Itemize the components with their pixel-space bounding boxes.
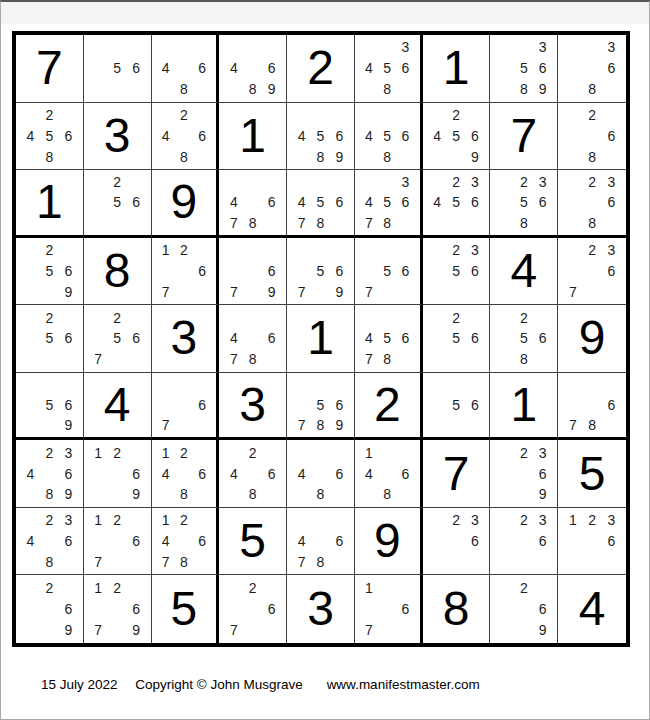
pencil-mark: 4	[428, 125, 447, 146]
pencil-mark-empty	[59, 349, 78, 370]
pencil-mark: 1	[157, 240, 175, 261]
pencil-mark-empty	[582, 552, 601, 573]
pencil-mark: 6	[602, 192, 621, 212]
pencil-mark: 6	[59, 125, 78, 146]
top-band	[1, 2, 649, 24]
pencil-mark-grid: 1468	[355, 440, 420, 507]
pencil-mark: 7	[360, 620, 378, 641]
pencil-mark-empty	[466, 307, 485, 328]
pencil-mark: 9	[59, 484, 78, 505]
pencil-mark-empty	[396, 281, 414, 302]
pencil-mark: 2	[40, 105, 59, 126]
pencil-mark-empty	[378, 307, 396, 328]
pencil-mark-empty	[40, 415, 59, 435]
pencil-mark-grid: 12679	[84, 575, 151, 643]
pencil-mark-empty	[262, 620, 281, 641]
pencil-mark-empty	[360, 261, 378, 282]
pencil-mark: 6	[193, 463, 211, 484]
pencil-mark: 2	[447, 105, 466, 126]
pencil-mark-empty	[21, 442, 40, 463]
pencil-mark: 8	[582, 415, 601, 435]
pencil-mark-empty	[396, 240, 414, 261]
pencil-mark: 4	[360, 125, 378, 146]
pencil-mark: 5	[378, 261, 396, 282]
cell-r9c6: 167	[355, 575, 423, 643]
pencil-mark-empty	[224, 484, 243, 505]
pencil-mark: 5	[378, 192, 396, 212]
pencil-mark: 3	[602, 240, 621, 261]
given-digit: 3	[152, 305, 217, 372]
pencil-mark: 9	[59, 281, 78, 302]
pencil-mark-empty	[21, 240, 40, 261]
pencil-mark: 5	[514, 58, 533, 79]
pencil-mark-empty	[378, 442, 396, 463]
pencil-mark-empty	[89, 307, 108, 328]
pencil-mark-empty	[193, 510, 211, 531]
pencil-mark: 2	[40, 510, 59, 531]
pencil-mark-empty	[495, 552, 514, 573]
pencil-mark-empty	[360, 484, 378, 505]
pencil-mark-empty	[466, 105, 485, 126]
pencil-mark-grid: 24568	[16, 103, 83, 170]
pencil-mark: 2	[514, 307, 533, 328]
pencil-mark-empty	[292, 146, 311, 167]
pencil-mark: 7	[224, 281, 243, 302]
pencil-mark: 8	[311, 415, 330, 435]
pencil-mark-empty	[602, 415, 621, 435]
pencil-mark: 8	[175, 552, 193, 573]
pencil-mark: 8	[378, 484, 396, 505]
pencil-mark-empty	[108, 484, 127, 505]
pencil-mark-empty	[193, 415, 211, 435]
sudoku-board: 7564684689234568135689368245683246814568…	[12, 31, 630, 647]
pencil-mark-empty	[602, 79, 621, 100]
pencil-mark-empty	[396, 105, 414, 126]
pencil-mark-empty	[89, 172, 108, 192]
cell-r2c5: 45689	[287, 103, 355, 171]
pencil-mark: 3	[602, 37, 621, 58]
pencil-mark-empty	[175, 531, 193, 552]
pencil-mark-empty	[495, 531, 514, 552]
given-digit: 9	[152, 170, 217, 235]
pencil-mark-empty	[59, 307, 78, 328]
pencil-mark-grid: 345678	[355, 170, 420, 235]
pencil-mark-empty	[21, 484, 40, 505]
pencil-mark-empty	[157, 261, 175, 282]
given-digit: 1	[423, 35, 490, 102]
pencil-mark-grid: 678	[558, 373, 626, 438]
pencil-mark-empty	[40, 531, 59, 552]
pencil-mark-empty	[21, 599, 40, 620]
pencil-mark-empty	[360, 599, 378, 620]
pencil-mark: 1	[360, 577, 378, 598]
pencil-mark-empty	[108, 620, 127, 641]
cell-r9c5: 3	[287, 575, 355, 643]
pencil-mark-empty	[59, 105, 78, 126]
pencil-mark-empty	[582, 58, 601, 79]
pencil-mark: 6	[59, 328, 78, 349]
cell-r4c6: 567	[355, 238, 423, 306]
pencil-mark-empty	[514, 552, 533, 573]
pencil-mark: 2	[582, 105, 601, 126]
pencil-mark-empty	[21, 577, 40, 598]
pencil-mark-empty	[428, 212, 447, 232]
pencil-mark-empty	[89, 599, 108, 620]
pencil-mark: 3	[59, 510, 78, 531]
pencil-mark: 8	[243, 79, 262, 100]
given-digit: 1	[287, 305, 354, 372]
pencil-mark-empty	[495, 58, 514, 79]
pencil-mark: 8	[243, 212, 262, 232]
given-digit: 7	[423, 440, 490, 507]
given-digit: 5	[219, 508, 286, 575]
pencil-mark-empty	[59, 240, 78, 261]
pencil-mark: 6	[59, 261, 78, 282]
pencil-mark-empty	[428, 261, 447, 282]
given-digit: 1	[490, 373, 557, 438]
given-digit: 8	[423, 575, 490, 643]
pencil-mark: 2	[108, 307, 127, 328]
pencil-mark-empty	[466, 415, 485, 435]
pencil-mark-empty	[602, 552, 621, 573]
pencil-mark: 9	[533, 484, 552, 505]
pencil-mark: 2	[108, 172, 127, 192]
cell-r5c6: 45678	[355, 305, 423, 373]
cell-r9c8: 269	[490, 575, 558, 643]
pencil-mark-empty	[89, 58, 108, 79]
pencil-mark-empty	[582, 192, 601, 212]
cell-r5c4: 4678	[219, 305, 287, 373]
pencil-mark-empty	[311, 105, 330, 126]
pencil-mark-empty	[127, 307, 146, 328]
cell-r5c3: 3	[152, 305, 220, 373]
pencil-mark-empty	[224, 577, 243, 598]
pencil-mark: 4	[292, 531, 311, 552]
pencil-mark-empty	[447, 349, 466, 370]
pencil-mark-empty	[292, 395, 311, 415]
pencil-mark-empty	[175, 463, 193, 484]
pencil-mark: 2	[514, 510, 533, 531]
pencil-mark: 6	[533, 531, 552, 552]
pencil-mark: 6	[396, 328, 414, 349]
cell-r8c5: 4678	[287, 508, 355, 576]
pencil-mark-empty	[428, 307, 447, 328]
pencil-mark: 8	[243, 484, 262, 505]
cell-r9c3: 5	[152, 575, 220, 643]
pencil-mark-empty	[396, 212, 414, 232]
pencil-mark: 4	[292, 463, 311, 484]
pencil-mark-empty	[292, 172, 311, 192]
pencil-mark-empty	[40, 463, 59, 484]
cell-r2c4: 1	[219, 103, 287, 171]
pencil-mark-empty	[514, 463, 533, 484]
pencil-mark: 8	[514, 212, 533, 232]
pencil-mark-empty	[243, 240, 262, 261]
pencil-mark-empty	[466, 349, 485, 370]
pencil-mark: 6	[602, 531, 621, 552]
pencil-mark-empty	[40, 620, 59, 641]
cell-r8c4: 5	[219, 508, 287, 576]
pencil-mark: 6	[466, 328, 485, 349]
pencil-mark-empty	[311, 463, 330, 484]
pencil-mark-grid: 236	[490, 508, 557, 575]
pencil-mark: 5	[40, 125, 59, 146]
pencil-mark-empty	[21, 307, 40, 328]
pencil-mark-empty	[262, 172, 281, 192]
pencil-mark-empty	[330, 510, 349, 531]
pencil-mark-empty	[243, 463, 262, 484]
pencil-mark-empty	[108, 463, 127, 484]
pencil-mark-empty	[533, 307, 552, 328]
pencil-mark: 4	[360, 58, 378, 79]
pencil-mark-empty	[396, 484, 414, 505]
pencil-mark: 3	[533, 442, 552, 463]
given-digit: 2	[287, 35, 354, 102]
pencil-mark-empty	[495, 484, 514, 505]
cell-r5c8: 2568	[490, 305, 558, 373]
pencil-mark: 9	[262, 79, 281, 100]
pencil-mark: 7	[224, 212, 243, 232]
pencil-mark-empty	[582, 281, 601, 302]
pencil-mark: 7	[292, 415, 311, 435]
pencil-mark: 4	[224, 192, 243, 212]
pencil-mark: 7	[563, 281, 582, 302]
cell-r6c7: 56	[423, 373, 491, 441]
pencil-mark-empty	[311, 240, 330, 261]
pencil-mark-empty	[495, 328, 514, 349]
cell-r4c9: 2367	[558, 238, 626, 306]
cell-r9c7: 8	[423, 575, 491, 643]
pencil-mark-empty	[193, 240, 211, 261]
pencil-mark: 6	[330, 531, 349, 552]
pencil-mark: 6	[330, 125, 349, 146]
pencil-mark: 6	[193, 58, 211, 79]
pencil-mark: 8	[514, 349, 533, 370]
pencil-mark: 3	[396, 37, 414, 58]
pencil-mark: 6	[330, 463, 349, 484]
pencil-mark: 8	[175, 79, 193, 100]
pencil-mark: 4	[224, 58, 243, 79]
footer-date: 15 July 2022	[41, 677, 118, 692]
cell-r8c8: 236	[490, 508, 558, 576]
pencil-mark-grid: 468	[287, 440, 354, 507]
pencil-mark-empty	[582, 531, 601, 552]
footer-website[interactable]: www.manifestmaster.com	[327, 677, 480, 692]
pencil-mark: 3	[602, 172, 621, 192]
pencil-mark-grid: 2368	[558, 170, 626, 235]
cell-r8c1: 23468	[16, 508, 84, 576]
pencil-mark-empty	[495, 349, 514, 370]
pencil-mark-empty	[563, 146, 582, 167]
pencil-mark-grid: 45678	[287, 170, 354, 235]
cell-r7c3: 12468	[152, 440, 220, 508]
cell-r3c9: 2368	[558, 170, 626, 238]
pencil-mark: 7	[360, 212, 378, 232]
pencil-mark: 8	[582, 212, 601, 232]
pencil-mark: 8	[514, 79, 533, 100]
pencil-mark-grid: 45678	[355, 305, 420, 372]
pencil-mark-empty	[311, 442, 330, 463]
given-digit: 7	[490, 103, 557, 170]
pencil-mark-empty	[108, 349, 127, 370]
pencil-mark-empty	[428, 552, 447, 573]
cell-r4c7: 2356	[423, 238, 491, 306]
pencil-mark-empty	[563, 79, 582, 100]
pencil-mark-grid: 4678	[219, 305, 286, 372]
pencil-mark-empty	[40, 375, 59, 395]
pencil-mark: 8	[243, 349, 262, 370]
pencil-mark-empty	[193, 442, 211, 463]
pencil-mark-empty	[262, 240, 281, 261]
pencil-mark-empty	[89, 79, 108, 100]
pencil-mark-empty	[292, 484, 311, 505]
pencil-mark: 2	[175, 442, 193, 463]
pencil-mark-empty	[292, 105, 311, 126]
pencil-mark: 2	[514, 172, 533, 192]
pencil-mark: 6	[127, 328, 146, 349]
cell-r1c2: 56	[84, 35, 152, 103]
pencil-mark-empty	[495, 510, 514, 531]
pencil-mark: 3	[466, 510, 485, 531]
pencil-mark: 2	[582, 240, 601, 261]
pencil-mark: 4	[224, 463, 243, 484]
pencil-mark: 6	[396, 125, 414, 146]
pencil-mark: 2	[447, 172, 466, 192]
pencil-mark-grid: 35689	[490, 35, 557, 102]
pencil-mark-empty	[533, 349, 552, 370]
pencil-mark-empty	[582, 37, 601, 58]
pencil-mark-empty	[311, 375, 330, 395]
cell-r3c6: 345678	[355, 170, 423, 238]
pencil-mark: 8	[40, 552, 59, 573]
pencil-mark-empty	[262, 442, 281, 463]
pencil-mark: 7	[224, 349, 243, 370]
pencil-mark-empty	[602, 105, 621, 126]
pencil-mark-empty	[224, 599, 243, 620]
pencil-mark: 3	[396, 172, 414, 192]
cell-r7c8: 2369	[490, 440, 558, 508]
pencil-mark-empty	[602, 146, 621, 167]
pencil-mark: 6	[466, 261, 485, 282]
pencil-mark-empty	[40, 281, 59, 302]
pencil-mark-empty	[175, 375, 193, 395]
pencil-mark: 1	[360, 442, 378, 463]
pencil-mark-empty	[21, 620, 40, 641]
pencil-mark: 4	[428, 192, 447, 212]
pencil-mark-empty	[563, 531, 582, 552]
pencil-mark-empty	[108, 212, 127, 232]
pencil-mark: 4	[360, 192, 378, 212]
pencil-mark-empty	[330, 375, 349, 395]
given-digit: 5	[558, 440, 626, 507]
cell-r8c9: 1236	[558, 508, 626, 576]
cell-r8c2: 1267	[84, 508, 152, 576]
pencil-mark-empty	[157, 395, 175, 415]
pencil-mark-empty	[495, 79, 514, 100]
pencil-mark: 6	[262, 261, 281, 282]
pencil-mark-empty	[428, 415, 447, 435]
pencil-mark-grid: 569	[16, 373, 83, 438]
pencil-mark-empty	[224, 240, 243, 261]
pencil-mark-grid: 34568	[355, 35, 420, 102]
given-digit: 5	[152, 575, 217, 643]
pencil-mark: 6	[59, 531, 78, 552]
pencil-mark: 8	[311, 212, 330, 232]
pencil-mark-empty	[466, 552, 485, 573]
pencil-mark-grid: 234689	[16, 440, 83, 507]
cell-r3c3: 9	[152, 170, 220, 238]
pencil-mark: 9	[59, 415, 78, 435]
pencil-mark: 2	[243, 577, 262, 598]
pencil-mark-empty	[533, 212, 552, 232]
pencil-mark-empty	[602, 212, 621, 232]
cell-r6c9: 678	[558, 373, 626, 441]
cell-r8c6: 9	[355, 508, 423, 576]
pencil-mark-empty	[21, 328, 40, 349]
pencil-mark: 1	[89, 510, 108, 531]
pencil-mark-empty	[193, 146, 211, 167]
pencil-mark-grid: 5679	[287, 238, 354, 305]
pencil-mark-empty	[40, 349, 59, 370]
pencil-mark: 9	[330, 415, 349, 435]
pencil-mark-empty	[127, 442, 146, 463]
pencil-mark: 9	[262, 281, 281, 302]
pencil-mark-grid: 2468	[219, 440, 286, 507]
pencil-mark-grid: 2369	[490, 440, 557, 507]
pencil-mark-empty	[466, 281, 485, 302]
pencil-mark-empty	[157, 79, 175, 100]
pencil-mark-grid: 368	[558, 35, 626, 102]
pencil-mark: 6	[262, 58, 281, 79]
pencil-mark: 4	[292, 125, 311, 146]
pencil-mark-empty	[193, 552, 211, 573]
pencil-mark-empty	[311, 531, 330, 552]
pencil-mark: 1	[89, 577, 108, 598]
pencil-mark-grid: 56	[423, 373, 490, 438]
pencil-mark-grid: 56	[84, 35, 151, 102]
footer-copyright: Copyright © John Musgrave	[135, 677, 303, 692]
pencil-mark-grid: 12468	[152, 440, 217, 507]
cell-r6c1: 569	[16, 373, 84, 441]
pencil-mark-empty	[243, 599, 262, 620]
pencil-mark: 8	[378, 146, 396, 167]
pencil-mark-empty	[292, 240, 311, 261]
pencil-mark: 6	[396, 58, 414, 79]
pencil-mark: 6	[59, 599, 78, 620]
pencil-mark-empty	[243, 328, 262, 349]
pencil-mark: 9	[533, 79, 552, 100]
pencil-mark-empty	[514, 37, 533, 58]
pencil-mark: 4	[157, 463, 175, 484]
pencil-mark-empty	[89, 37, 108, 58]
pencil-mark-empty	[330, 172, 349, 192]
pencil-mark-empty	[175, 415, 193, 435]
pencil-mark-empty	[563, 37, 582, 58]
pencil-mark-grid: 256	[84, 170, 151, 235]
cell-r6c2: 4	[84, 373, 152, 441]
pencil-mark-empty	[157, 146, 175, 167]
pencil-mark-empty	[563, 58, 582, 79]
pencil-mark: 3	[533, 172, 552, 192]
pencil-mark: 8	[311, 552, 330, 573]
pencil-mark: 6	[330, 395, 349, 415]
pencil-mark: 5	[378, 58, 396, 79]
pencil-mark: 1	[157, 442, 175, 463]
given-digit: 4	[84, 373, 151, 438]
cell-r3c5: 45678	[287, 170, 355, 238]
pencil-mark-empty	[175, 37, 193, 58]
pencil-mark-empty	[495, 620, 514, 641]
